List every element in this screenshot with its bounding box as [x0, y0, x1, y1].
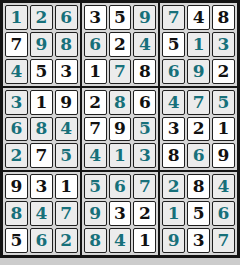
cell-r3c6[interactable]: 8: [133, 59, 156, 84]
cell-r2c9[interactable]: 3: [212, 32, 235, 57]
cell-r9c8[interactable]: 3: [187, 228, 210, 253]
cell-r5c1[interactable]: 6: [5, 117, 28, 142]
cell-r8c8[interactable]: 5: [187, 201, 210, 226]
cell-r2c1[interactable]: 7: [5, 32, 28, 57]
sudoku-box-8: 567932841: [82, 172, 159, 255]
cell-r3c9[interactable]: 2: [212, 59, 235, 84]
window-background-strip: [0, 258, 240, 265]
cell-r4c3[interactable]: 9: [55, 90, 78, 115]
cell-r1c9[interactable]: 8: [212, 5, 235, 30]
cell-r1c6[interactable]: 9: [133, 5, 156, 30]
cell-r8c2[interactable]: 4: [30, 201, 53, 226]
cell-r9c6[interactable]: 1: [133, 228, 156, 253]
cell-r1c5[interactable]: 5: [109, 5, 132, 30]
cell-r2c7[interactable]: 5: [162, 32, 185, 57]
cell-r9c4[interactable]: 8: [84, 228, 107, 253]
cell-r2c8[interactable]: 1: [187, 32, 210, 57]
cell-r5c9[interactable]: 1: [212, 117, 235, 142]
cell-r9c1[interactable]: 5: [5, 228, 28, 253]
cell-r8c4[interactable]: 9: [84, 201, 107, 226]
cell-r9c5[interactable]: 4: [109, 228, 132, 253]
cell-r7c9[interactable]: 4: [212, 174, 235, 199]
cell-r8c1[interactable]: 8: [5, 201, 28, 226]
sudoku-box-6: 475321869: [160, 88, 237, 171]
cell-r5c4[interactable]: 7: [84, 117, 107, 142]
cell-r5c8[interactable]: 2: [187, 117, 210, 142]
cell-r7c3[interactable]: 1: [55, 174, 78, 199]
cell-r7c5[interactable]: 6: [109, 174, 132, 199]
cell-r6c5[interactable]: 1: [109, 143, 132, 168]
cell-r6c4[interactable]: 4: [84, 143, 107, 168]
cell-r5c5[interactable]: 9: [109, 117, 132, 142]
cell-r6c8[interactable]: 6: [187, 143, 210, 168]
sudoku-box-9: 284156937: [160, 172, 237, 255]
cell-r8c9[interactable]: 6: [212, 201, 235, 226]
cell-r3c3[interactable]: 3: [55, 59, 78, 84]
cell-r5c2[interactable]: 8: [30, 117, 53, 142]
cell-r3c1[interactable]: 4: [5, 59, 28, 84]
cell-r5c3[interactable]: 4: [55, 117, 78, 142]
cell-r6c6[interactable]: 3: [133, 143, 156, 168]
sudoku-box-3: 748513692: [160, 3, 237, 86]
cell-r1c7[interactable]: 7: [162, 5, 185, 30]
cell-r7c1[interactable]: 9: [5, 174, 28, 199]
sudoku-box-4: 319684275: [3, 88, 80, 171]
sudoku-board: 126798453 359624178 748513692 319684275 …: [0, 0, 240, 258]
cell-r5c6[interactable]: 5: [133, 117, 156, 142]
cell-r8c5[interactable]: 3: [109, 201, 132, 226]
cell-r1c8[interactable]: 4: [187, 5, 210, 30]
cell-r4c2[interactable]: 1: [30, 90, 53, 115]
cell-r4c1[interactable]: 3: [5, 90, 28, 115]
cell-r8c3[interactable]: 7: [55, 201, 78, 226]
cell-r6c3[interactable]: 5: [55, 143, 78, 168]
cell-r3c5[interactable]: 7: [109, 59, 132, 84]
sudoku-box-2: 359624178: [82, 3, 159, 86]
cell-r9c2[interactable]: 6: [30, 228, 53, 253]
cell-r4c9[interactable]: 5: [212, 90, 235, 115]
cell-r1c2[interactable]: 2: [30, 5, 53, 30]
cell-r6c7[interactable]: 8: [162, 143, 185, 168]
cell-r9c9[interactable]: 7: [212, 228, 235, 253]
cell-r2c6[interactable]: 4: [133, 32, 156, 57]
cell-r4c7[interactable]: 4: [162, 90, 185, 115]
cell-r4c4[interactable]: 2: [84, 90, 107, 115]
cell-r2c3[interactable]: 8: [55, 32, 78, 57]
sudoku-box-7: 931847562: [3, 172, 80, 255]
sudoku-box-5: 286795413: [82, 88, 159, 171]
cell-r9c3[interactable]: 2: [55, 228, 78, 253]
cell-r8c6[interactable]: 2: [133, 201, 156, 226]
cell-r1c4[interactable]: 3: [84, 5, 107, 30]
cell-r7c8[interactable]: 8: [187, 174, 210, 199]
cell-r7c7[interactable]: 2: [162, 174, 185, 199]
cell-r2c5[interactable]: 2: [109, 32, 132, 57]
cell-r5c7[interactable]: 3: [162, 117, 185, 142]
cell-r3c4[interactable]: 1: [84, 59, 107, 84]
cell-r4c8[interactable]: 7: [187, 90, 210, 115]
cell-r2c4[interactable]: 6: [84, 32, 107, 57]
cell-r1c1[interactable]: 1: [5, 5, 28, 30]
cell-r6c9[interactable]: 9: [212, 143, 235, 168]
cell-r7c4[interactable]: 5: [84, 174, 107, 199]
cell-r8c7[interactable]: 1: [162, 201, 185, 226]
cell-r7c6[interactable]: 7: [133, 174, 156, 199]
cell-r4c5[interactable]: 8: [109, 90, 132, 115]
cell-r2c2[interactable]: 9: [30, 32, 53, 57]
cell-r7c2[interactable]: 3: [30, 174, 53, 199]
cell-r9c7[interactable]: 9: [162, 228, 185, 253]
cell-r3c7[interactable]: 6: [162, 59, 185, 84]
sudoku-box-1: 126798453: [3, 3, 80, 86]
cell-r6c1[interactable]: 2: [5, 143, 28, 168]
cell-r3c8[interactable]: 9: [187, 59, 210, 84]
cell-r4c6[interactable]: 6: [133, 90, 156, 115]
cell-r1c3[interactable]: 6: [55, 5, 78, 30]
cell-r6c2[interactable]: 7: [30, 143, 53, 168]
cell-r3c2[interactable]: 5: [30, 59, 53, 84]
